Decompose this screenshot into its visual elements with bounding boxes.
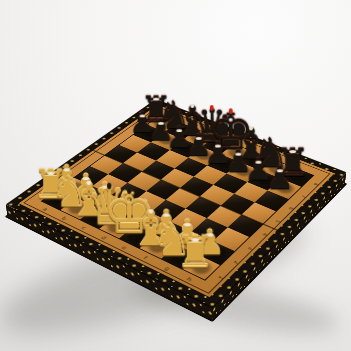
white-rook[interactable]: ♜	[183, 255, 221, 280]
black-pawn-icon: ♟	[229, 162, 330, 193]
white-rook-icon: ♜	[138, 230, 250, 274]
black-pawn[interactable]: ♟	[269, 178, 303, 199]
perspective-wrapper: abcdefgh 87654321 ♜♞♝♛♚♝♞♜♟♟♟♟♟♟♟♟♟♟♟♟♟♟…	[0, 0, 351, 351]
scene: abcdefgh 87654321 ♜♞♝♛♚♝♞♜♟♟♟♟♟♟♟♟♟♟♟♟♟♟…	[0, 0, 351, 351]
chess-board: abcdefgh 87654321 ♜♞♝♛♚♝♞♜♟♟♟♟♟♟♟♟♟♟♟♟♟♟…	[6, 99, 347, 307]
